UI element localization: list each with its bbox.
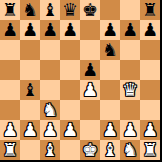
piece-black-pawn[interactable]: ♟ bbox=[2, 20, 18, 40]
square-e5[interactable]: ♟ bbox=[80, 60, 100, 80]
square-g4[interactable]: ♛ bbox=[120, 80, 140, 100]
piece-white-queen[interactable]: ♛ bbox=[122, 80, 138, 100]
piece-white-pawn[interactable]: ♟ bbox=[142, 120, 158, 140]
square-g3[interactable] bbox=[120, 100, 140, 120]
square-b7[interactable]: ♟ bbox=[20, 20, 40, 40]
square-a8[interactable]: ♜ bbox=[0, 0, 20, 20]
square-b3[interactable] bbox=[20, 100, 40, 120]
square-b5[interactable] bbox=[20, 60, 40, 80]
piece-black-pawn[interactable]: ♟ bbox=[62, 20, 78, 40]
square-f5[interactable] bbox=[100, 60, 120, 80]
piece-white-rook[interactable]: ♜ bbox=[142, 140, 158, 160]
piece-white-pawn[interactable]: ♟ bbox=[122, 120, 138, 140]
piece-white-knight[interactable]: ♞ bbox=[122, 140, 138, 160]
square-e4[interactable]: ♟ bbox=[80, 80, 100, 100]
square-f3[interactable] bbox=[100, 100, 120, 120]
square-d7[interactable]: ♟ bbox=[60, 20, 80, 40]
square-a2[interactable]: ♟ bbox=[0, 120, 20, 140]
square-e3[interactable] bbox=[80, 100, 100, 120]
square-d5[interactable] bbox=[60, 60, 80, 80]
square-h5[interactable] bbox=[140, 60, 160, 80]
square-b6[interactable] bbox=[20, 40, 40, 60]
piece-white-pawn[interactable]: ♟ bbox=[2, 120, 18, 140]
square-a6[interactable] bbox=[0, 40, 20, 60]
square-c3[interactable]: ♞ bbox=[40, 100, 60, 120]
square-c4[interactable] bbox=[40, 80, 60, 100]
square-d2[interactable]: ♟ bbox=[60, 120, 80, 140]
piece-black-pawn[interactable]: ♟ bbox=[142, 20, 158, 40]
piece-black-knight[interactable]: ♞ bbox=[102, 40, 118, 60]
square-h3[interactable] bbox=[140, 100, 160, 120]
piece-white-knight[interactable]: ♞ bbox=[42, 100, 58, 120]
square-h7[interactable]: ♟ bbox=[140, 20, 160, 40]
square-g6[interactable] bbox=[120, 40, 140, 60]
square-h2[interactable]: ♟ bbox=[140, 120, 160, 140]
piece-white-pawn[interactable]: ♟ bbox=[62, 120, 78, 140]
square-e7[interactable] bbox=[80, 20, 100, 40]
square-f7[interactable]: ♟ bbox=[100, 20, 120, 40]
square-g7[interactable]: ♟ bbox=[120, 20, 140, 40]
square-a7[interactable]: ♟ bbox=[0, 20, 20, 40]
piece-white-king[interactable]: ♚ bbox=[82, 140, 98, 160]
piece-white-bishop[interactable]: ♝ bbox=[42, 140, 58, 160]
square-h8[interactable]: ♜ bbox=[140, 0, 160, 20]
piece-black-knight[interactable]: ♞ bbox=[22, 0, 38, 20]
square-b8[interactable]: ♞ bbox=[20, 0, 40, 20]
piece-white-pawn[interactable]: ♟ bbox=[42, 120, 58, 140]
square-a1[interactable]: ♜ bbox=[0, 140, 20, 160]
square-d4[interactable] bbox=[60, 80, 80, 100]
square-e2[interactable] bbox=[80, 120, 100, 140]
square-g5[interactable] bbox=[120, 60, 140, 80]
piece-black-queen[interactable]: ♛ bbox=[62, 0, 78, 20]
square-g2[interactable]: ♟ bbox=[120, 120, 140, 140]
piece-white-pawn[interactable]: ♟ bbox=[82, 80, 98, 100]
square-b1[interactable] bbox=[20, 140, 40, 160]
square-d8[interactable]: ♛ bbox=[60, 0, 80, 20]
piece-black-rook[interactable]: ♜ bbox=[142, 0, 158, 20]
square-e8[interactable]: ♚ bbox=[80, 0, 100, 20]
piece-black-rook[interactable]: ♜ bbox=[2, 0, 18, 20]
square-g1[interactable]: ♞ bbox=[120, 140, 140, 160]
square-f2[interactable]: ♟ bbox=[100, 120, 120, 140]
piece-white-pawn[interactable]: ♟ bbox=[22, 120, 38, 140]
square-h6[interactable] bbox=[140, 40, 160, 60]
square-a3[interactable] bbox=[0, 100, 20, 120]
piece-black-pawn[interactable]: ♟ bbox=[42, 20, 58, 40]
piece-white-bishop[interactable]: ♝ bbox=[102, 140, 118, 160]
square-h4[interactable] bbox=[140, 80, 160, 100]
square-c1[interactable]: ♝ bbox=[40, 140, 60, 160]
piece-black-pawn[interactable]: ♟ bbox=[122, 20, 138, 40]
piece-black-pawn[interactable]: ♟ bbox=[82, 60, 98, 80]
square-c8[interactable]: ♝ bbox=[40, 0, 60, 20]
square-a4[interactable] bbox=[0, 80, 20, 100]
square-c5[interactable] bbox=[40, 60, 60, 80]
square-f4[interactable] bbox=[100, 80, 120, 100]
piece-black-bishop[interactable]: ♝ bbox=[22, 80, 38, 100]
square-d3[interactable] bbox=[60, 100, 80, 120]
piece-black-pawn[interactable]: ♟ bbox=[22, 20, 38, 40]
square-c6[interactable] bbox=[40, 40, 60, 60]
square-c7[interactable]: ♟ bbox=[40, 20, 60, 40]
piece-black-king[interactable]: ♚ bbox=[82, 0, 98, 20]
square-e1[interactable]: ♚ bbox=[80, 140, 100, 160]
square-b2[interactable]: ♟ bbox=[20, 120, 40, 140]
square-d1[interactable] bbox=[60, 140, 80, 160]
square-g8[interactable] bbox=[120, 0, 140, 20]
piece-white-pawn[interactable]: ♟ bbox=[102, 120, 118, 140]
piece-black-pawn[interactable]: ♟ bbox=[102, 20, 118, 40]
square-b4[interactable]: ♝ bbox=[20, 80, 40, 100]
square-f8[interactable] bbox=[100, 0, 120, 20]
square-d6[interactable] bbox=[60, 40, 80, 60]
piece-black-bishop[interactable]: ♝ bbox=[42, 0, 58, 20]
square-f1[interactable]: ♝ bbox=[100, 140, 120, 160]
square-a5[interactable] bbox=[0, 60, 20, 80]
square-e6[interactable] bbox=[80, 40, 100, 60]
piece-white-rook[interactable]: ♜ bbox=[2, 140, 18, 160]
square-c2[interactable]: ♟ bbox=[40, 120, 60, 140]
square-f6[interactable]: ♞ bbox=[100, 40, 120, 60]
chess-board: ♜♞♝♛♚♜♟♟♟♟♟♟♟♞♟♝♟♛♞♟♟♟♟♟♟♟♜♝♚♝♞♜ bbox=[0, 0, 162, 162]
square-h1[interactable]: ♜ bbox=[140, 140, 160, 160]
